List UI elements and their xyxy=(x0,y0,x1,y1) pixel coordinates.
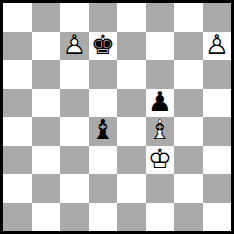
square-g1 xyxy=(174,203,203,232)
square-b4 xyxy=(32,117,61,146)
square-a7 xyxy=(3,32,32,61)
square-a1 xyxy=(3,203,32,232)
square-a6 xyxy=(3,60,32,89)
piece-black-king: ♚ xyxy=(89,32,118,61)
square-e1 xyxy=(117,203,146,232)
square-b2 xyxy=(32,174,61,203)
square-d3 xyxy=(89,146,118,175)
chess-board: ♟♙♚♟♙♟♝♝♗♚♔ xyxy=(0,0,234,234)
square-f3: ♚♔ xyxy=(146,146,175,175)
square-f7 xyxy=(146,32,175,61)
square-c3 xyxy=(60,146,89,175)
square-h5 xyxy=(203,89,232,118)
square-c2 xyxy=(60,174,89,203)
square-b3 xyxy=(32,146,61,175)
square-c8 xyxy=(60,3,89,32)
square-c5 xyxy=(60,89,89,118)
square-b1 xyxy=(32,203,61,232)
square-h1 xyxy=(203,203,232,232)
square-d2 xyxy=(89,174,118,203)
square-d1 xyxy=(89,203,118,232)
square-f5: ♟ xyxy=(146,89,175,118)
square-d6 xyxy=(89,60,118,89)
square-h8 xyxy=(203,3,232,32)
square-a3 xyxy=(3,146,32,175)
piece-black-bishop: ♝ xyxy=(89,117,118,146)
square-a4 xyxy=(3,117,32,146)
square-f8 xyxy=(146,3,175,32)
square-g3 xyxy=(174,146,203,175)
square-e7 xyxy=(117,32,146,61)
square-h3 xyxy=(203,146,232,175)
square-a8 xyxy=(3,3,32,32)
square-f4: ♝♗ xyxy=(146,117,175,146)
square-h6 xyxy=(203,60,232,89)
piece-black-pawn: ♟ xyxy=(146,89,175,118)
square-g4 xyxy=(174,117,203,146)
square-e2 xyxy=(117,174,146,203)
square-c7: ♟♙ xyxy=(60,32,89,61)
square-g2 xyxy=(174,174,203,203)
square-b5 xyxy=(32,89,61,118)
square-e8 xyxy=(117,3,146,32)
piece-white-pawn: ♟♙ xyxy=(203,32,232,61)
square-e4 xyxy=(117,117,146,146)
square-c4 xyxy=(60,117,89,146)
square-e3 xyxy=(117,146,146,175)
square-d7: ♚ xyxy=(89,32,118,61)
square-h2 xyxy=(203,174,232,203)
square-d4: ♝ xyxy=(89,117,118,146)
square-g8 xyxy=(174,3,203,32)
square-h7: ♟♙ xyxy=(203,32,232,61)
square-a2 xyxy=(3,174,32,203)
square-a5 xyxy=(3,89,32,118)
square-d5 xyxy=(89,89,118,118)
square-e6 xyxy=(117,60,146,89)
square-h4 xyxy=(203,117,232,146)
square-b8 xyxy=(32,3,61,32)
chess-board-grid: ♟♙♚♟♙♟♝♝♗♚♔ xyxy=(3,3,231,231)
piece-white-king: ♚♔ xyxy=(146,146,175,175)
square-f2 xyxy=(146,174,175,203)
square-g6 xyxy=(174,60,203,89)
square-f6 xyxy=(146,60,175,89)
piece-white-pawn: ♟♙ xyxy=(60,32,89,61)
square-c6 xyxy=(60,60,89,89)
square-b6 xyxy=(32,60,61,89)
square-b7 xyxy=(32,32,61,61)
square-e5 xyxy=(117,89,146,118)
square-c1 xyxy=(60,203,89,232)
square-f1 xyxy=(146,203,175,232)
piece-white-bishop: ♝♗ xyxy=(146,117,175,146)
square-g7 xyxy=(174,32,203,61)
square-g5 xyxy=(174,89,203,118)
square-d8 xyxy=(89,3,118,32)
